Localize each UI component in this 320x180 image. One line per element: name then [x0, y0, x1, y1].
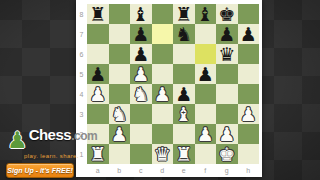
black-pawn[interactable]: ♟ [132, 24, 149, 44]
white-pawn[interactable]: ♟ [111, 124, 128, 144]
square-g5[interactable] [216, 64, 238, 84]
square-h1[interactable] [238, 144, 260, 164]
square-c5[interactable]: ♟ [130, 64, 152, 84]
square-a6[interactable] [87, 44, 109, 64]
square-b7[interactable] [109, 24, 131, 44]
square-e7[interactable]: ♞ [173, 24, 195, 44]
black-knight[interactable]: ♞ [175, 24, 192, 44]
chesscom-logo: ♟ Chess .com [7, 126, 97, 149]
white-pawn[interactable]: ♟ [197, 124, 214, 144]
rank-label-6: 6 [76, 44, 87, 64]
square-a3[interactable] [87, 104, 109, 124]
brand-tld: .com [71, 129, 97, 143]
white-knight[interactable]: ♞ [111, 104, 128, 124]
square-h4[interactable] [238, 84, 260, 104]
file-label-d: d [152, 164, 174, 176]
square-e2[interactable] [173, 124, 195, 144]
square-h2[interactable] [238, 124, 260, 144]
square-f8[interactable]: ♝ [195, 4, 217, 24]
square-c7[interactable]: ♟ [130, 24, 152, 44]
square-d2[interactable] [152, 124, 174, 144]
square-b6[interactable] [109, 44, 131, 64]
black-pawn[interactable]: ♟ [89, 64, 106, 84]
signup-button[interactable]: Sign Up - it's FREE! [6, 163, 74, 178]
square-d6[interactable] [152, 44, 174, 64]
black-rook[interactable]: ♜ [89, 4, 106, 24]
pawn-logo-icon: ♟ [7, 129, 28, 152]
square-e6[interactable] [173, 44, 195, 64]
file-labels: abcdefgh [87, 164, 259, 176]
square-g4[interactable] [216, 84, 238, 104]
square-a8[interactable]: ♜ [87, 4, 109, 24]
square-c6[interactable]: ♟ [130, 44, 152, 64]
white-king[interactable]: ♚ [218, 144, 235, 164]
rank-label-7: 7 [76, 24, 87, 44]
black-king[interactable]: ♚ [218, 4, 235, 24]
white-queen[interactable]: ♛ [154, 144, 171, 164]
black-pawn[interactable]: ♟ [132, 44, 149, 64]
square-g2[interactable]: ♟ [216, 124, 238, 144]
brand-tagline: play. learn. share. [24, 153, 79, 159]
square-f5[interactable]: ♟ [195, 64, 217, 84]
rank-label-3: 3 [76, 104, 87, 124]
rank-label-5: 5 [76, 64, 87, 84]
square-e1[interactable]: ♜ [173, 144, 195, 164]
rank-label-4: 4 [76, 84, 87, 104]
file-label-g: g [216, 164, 238, 176]
black-pawn[interactable]: ♟ [197, 64, 214, 84]
board-panel: 87654321 ♜♝♜♝♚♟♞♟♟♟♛♟♟♟♟♞♟♟♞♝♟♟♟♟♜♛♜♚ ab… [76, 0, 262, 177]
square-b8[interactable] [109, 4, 131, 24]
square-e5[interactable] [173, 64, 195, 84]
black-pawn[interactable]: ♟ [218, 24, 235, 44]
black-bishop[interactable]: ♝ [132, 4, 149, 24]
square-a4[interactable]: ♟ [87, 84, 109, 104]
white-pawn[interactable]: ♟ [154, 84, 171, 104]
black-pawn[interactable]: ♟ [175, 84, 192, 104]
square-f7[interactable] [195, 24, 217, 44]
square-d4[interactable]: ♟ [152, 84, 174, 104]
chesscom-branding: ♟ Chess .com play. learn. share. Sign Up… [0, 108, 76, 180]
square-f1[interactable] [195, 144, 217, 164]
square-f2[interactable]: ♟ [195, 124, 217, 144]
square-d5[interactable] [152, 64, 174, 84]
square-b3[interactable]: ♞ [109, 104, 131, 124]
rank-label-8: 8 [76, 4, 87, 24]
square-h7[interactable]: ♟ [238, 24, 260, 44]
file-label-c: c [130, 164, 152, 176]
square-b1[interactable] [109, 144, 131, 164]
square-d7[interactable] [152, 24, 174, 44]
white-pawn[interactable]: ♟ [132, 64, 149, 84]
square-c2[interactable] [130, 124, 152, 144]
square-e3[interactable]: ♝ [173, 104, 195, 124]
white-knight[interactable]: ♞ [132, 84, 149, 104]
square-c4[interactable]: ♞ [130, 84, 152, 104]
square-g6[interactable]: ♛ [216, 44, 238, 64]
file-label-b: b [109, 164, 131, 176]
square-b4[interactable] [109, 84, 131, 104]
file-label-f: f [195, 164, 217, 176]
square-f6[interactable] [195, 44, 217, 64]
square-g8[interactable]: ♚ [216, 4, 238, 24]
file-label-h: h [238, 164, 260, 176]
brand-name: Chess [29, 126, 72, 143]
square-g3[interactable] [216, 104, 238, 124]
black-bishop[interactable]: ♝ [197, 4, 214, 24]
file-label-a: a [87, 164, 109, 176]
square-c3[interactable] [130, 104, 152, 124]
square-g1[interactable]: ♚ [216, 144, 238, 164]
square-b2[interactable]: ♟ [109, 124, 131, 144]
square-h3[interactable]: ♟ [238, 104, 260, 124]
square-c1[interactable] [130, 144, 152, 164]
square-h6[interactable] [238, 44, 260, 64]
square-h8[interactable] [238, 4, 260, 24]
square-d3[interactable] [152, 104, 174, 124]
square-c8[interactable]: ♝ [130, 4, 152, 24]
video-frame: 87654321 ♜♝♜♝♚♟♞♟♟♟♛♟♟♟♟♞♟♟♞♝♟♟♟♟♜♛♜♚ ab… [0, 0, 320, 180]
square-d8[interactable] [152, 4, 174, 24]
square-d1[interactable]: ♛ [152, 144, 174, 164]
square-f3[interactable] [195, 104, 217, 124]
black-pawn[interactable]: ♟ [240, 24, 257, 44]
square-e4[interactable]: ♟ [173, 84, 195, 104]
black-queen[interactable]: ♛ [218, 44, 235, 64]
white-pawn[interactable]: ♟ [240, 104, 257, 124]
square-e8[interactable]: ♜ [173, 4, 195, 24]
square-h5[interactable] [238, 64, 260, 84]
white-pawn[interactable]: ♟ [218, 124, 235, 144]
chess-board[interactable]: ♜♝♜♝♚♟♞♟♟♟♛♟♟♟♟♞♟♟♞♝♟♟♟♟♜♛♜♚ [87, 4, 259, 164]
black-rook[interactable]: ♜ [175, 4, 192, 24]
white-pawn[interactable]: ♟ [89, 84, 106, 104]
white-bishop[interactable]: ♝ [175, 104, 192, 124]
file-label-e: e [173, 164, 195, 176]
square-b5[interactable] [109, 64, 131, 84]
square-a7[interactable] [87, 24, 109, 44]
square-f4[interactable] [195, 84, 217, 104]
white-rook[interactable]: ♜ [175, 144, 192, 164]
square-a5[interactable]: ♟ [87, 64, 109, 84]
square-g7[interactable]: ♟ [216, 24, 238, 44]
